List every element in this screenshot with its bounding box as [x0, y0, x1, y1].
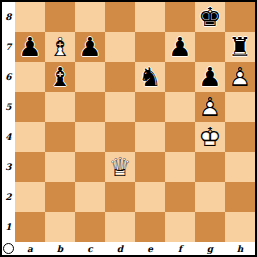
rank-label-4: 4: [2, 122, 15, 152]
square-f3[interactable]: [165, 152, 195, 182]
square-a6[interactable]: [15, 62, 45, 92]
square-b3[interactable]: [45, 152, 75, 182]
square-e4[interactable]: [135, 122, 165, 152]
square-c7[interactable]: ♟: [75, 32, 105, 62]
square-g4[interactable]: ♚♔: [195, 122, 225, 152]
square-h1[interactable]: [225, 212, 255, 242]
square-f6[interactable]: [165, 62, 195, 92]
file-label-b: b: [45, 242, 75, 255]
rank-label-3: 3: [2, 152, 15, 182]
square-f7[interactable]: ♟: [165, 32, 195, 62]
square-g1[interactable]: [195, 212, 225, 242]
square-e1[interactable]: [135, 212, 165, 242]
black-pawn-icon: ♟: [75, 32, 105, 62]
file-label-f: f: [165, 242, 195, 255]
square-d8[interactable]: [105, 2, 135, 32]
chess-diagram: 87654321 ♚♟♝♗♟♟♜♝♞♟♟♙♟♙♚♔♛♕ abcdefgh: [0, 0, 257, 257]
square-e2[interactable]: [135, 182, 165, 212]
white-pawn-icon: ♟♙: [225, 62, 255, 92]
square-c8[interactable]: [75, 2, 105, 32]
square-c2[interactable]: [75, 182, 105, 212]
square-f1[interactable]: [165, 212, 195, 242]
square-e8[interactable]: [135, 2, 165, 32]
white-pawn-icon: ♟♙: [195, 92, 225, 122]
rank-label-5: 5: [2, 92, 15, 122]
rank-label-1: 1: [2, 212, 15, 242]
rank-label-2: 2: [2, 182, 15, 212]
square-f8[interactable]: [165, 2, 195, 32]
square-g2[interactable]: [195, 182, 225, 212]
file-label-a: a: [15, 242, 45, 255]
square-f4[interactable]: [165, 122, 195, 152]
rank-label-8: 8: [2, 2, 15, 32]
square-a3[interactable]: [15, 152, 45, 182]
black-pawn-icon: ♟: [15, 32, 45, 62]
black-rook-icon: ♜: [225, 32, 255, 62]
square-e5[interactable]: [135, 92, 165, 122]
chess-board: ♚♟♝♗♟♟♜♝♞♟♟♙♟♙♚♔♛♕: [15, 2, 255, 242]
square-e7[interactable]: [135, 32, 165, 62]
square-d6[interactable]: [105, 62, 135, 92]
square-e6[interactable]: ♞: [135, 62, 165, 92]
square-d7[interactable]: [105, 32, 135, 62]
square-b2[interactable]: [45, 182, 75, 212]
square-d3[interactable]: ♛♕: [105, 152, 135, 182]
square-d2[interactable]: [105, 182, 135, 212]
square-d4[interactable]: [105, 122, 135, 152]
square-b5[interactable]: [45, 92, 75, 122]
file-label-h: h: [225, 242, 255, 255]
square-b7[interactable]: ♝♗: [45, 32, 75, 62]
square-a5[interactable]: [15, 92, 45, 122]
square-c6[interactable]: [75, 62, 105, 92]
square-h8[interactable]: [225, 2, 255, 32]
square-g8[interactable]: ♚: [195, 2, 225, 32]
square-e3[interactable]: [135, 152, 165, 182]
file-label-c: c: [75, 242, 105, 255]
square-d5[interactable]: [105, 92, 135, 122]
square-b4[interactable]: [45, 122, 75, 152]
square-h6[interactable]: ♟♙: [225, 62, 255, 92]
square-h7[interactable]: ♜: [225, 32, 255, 62]
rank-label-6: 6: [2, 62, 15, 92]
square-g3[interactable]: [195, 152, 225, 182]
square-a4[interactable]: [15, 122, 45, 152]
square-g7[interactable]: [195, 32, 225, 62]
black-king-icon: ♚: [195, 2, 225, 32]
square-f5[interactable]: [165, 92, 195, 122]
square-a2[interactable]: [15, 182, 45, 212]
rank-labels: 87654321: [2, 2, 15, 242]
rank-label-7: 7: [2, 32, 15, 62]
square-b6[interactable]: ♝: [45, 62, 75, 92]
white-bishop-icon: ♝♗: [45, 32, 75, 62]
white-queen-icon: ♛♕: [105, 152, 135, 182]
square-h5[interactable]: [225, 92, 255, 122]
black-knight-icon: ♞: [135, 62, 165, 92]
square-c4[interactable]: [75, 122, 105, 152]
square-c5[interactable]: [75, 92, 105, 122]
square-d1[interactable]: [105, 212, 135, 242]
file-label-d: d: [105, 242, 135, 255]
file-label-e: e: [135, 242, 165, 255]
file-label-g: g: [195, 242, 225, 255]
square-c1[interactable]: [75, 212, 105, 242]
square-h3[interactable]: [225, 152, 255, 182]
black-pawn-icon: ♟: [195, 62, 225, 92]
white-king-icon: ♚♔: [195, 122, 225, 152]
square-h4[interactable]: [225, 122, 255, 152]
square-f2[interactable]: [165, 182, 195, 212]
square-c3[interactable]: [75, 152, 105, 182]
square-g6[interactable]: ♟: [195, 62, 225, 92]
square-a7[interactable]: ♟: [15, 32, 45, 62]
square-a1[interactable]: [15, 212, 45, 242]
square-h2[interactable]: [225, 182, 255, 212]
file-labels: abcdefgh: [15, 242, 255, 255]
square-b1[interactable]: [45, 212, 75, 242]
black-bishop-icon: ♝: [45, 62, 75, 92]
square-g5[interactable]: ♟♙: [195, 92, 225, 122]
black-pawn-icon: ♟: [165, 32, 195, 62]
square-a8[interactable]: [15, 2, 45, 32]
white-to-move-indicator: [3, 243, 14, 254]
square-b8[interactable]: [45, 2, 75, 32]
